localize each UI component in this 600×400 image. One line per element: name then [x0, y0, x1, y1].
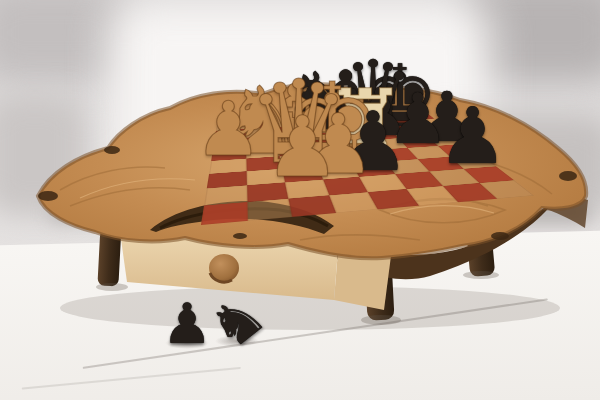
square-b1[interactable]: [247, 198, 292, 221]
square-c1[interactable]: [288, 195, 335, 217]
chess-piece-white-pawn[interactable]: ♟: [265, 105, 340, 189]
leg-shadow: [361, 315, 401, 325]
square-a1[interactable]: [201, 202, 247, 225]
leg-shadow: [96, 283, 128, 291]
chess-piece-black-pawn[interactable]: ♟: [438, 97, 508, 175]
product-photo-scene: ♚♛♝♞♟♟♟♟♟♝♞♟♜♚♛♟♟♟♟♟♞: [0, 0, 600, 400]
leg-shadow: [463, 271, 499, 279]
